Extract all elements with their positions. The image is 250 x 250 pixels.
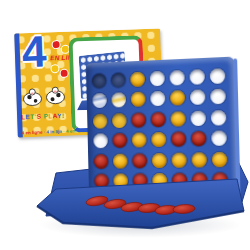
grid-cell: [129, 130, 149, 151]
grid-cell: [92, 151, 111, 171]
empty-hole: [189, 69, 205, 85]
empty-hole: [93, 113, 108, 128]
yellow-disc: [131, 92, 146, 107]
grid-cell: [148, 88, 168, 109]
grid-cell: [149, 150, 169, 171]
red-disc: [151, 112, 166, 127]
red-disc: [212, 172, 228, 187]
grid-cell: [167, 87, 187, 108]
grid-cell: [207, 65, 228, 87]
empty-hole: [190, 90, 206, 106]
grid-cell: [110, 110, 130, 131]
box-yellow-dot: [51, 65, 58, 72]
empty-hole: [169, 70, 184, 86]
grid-cell: [189, 149, 210, 170]
grid-cell: [92, 171, 111, 191]
yellow-disc: [191, 152, 207, 167]
floor-shadow: [38, 212, 242, 238]
grid-cell: [209, 170, 230, 191]
yellow-disc: [114, 174, 129, 189]
grid-cell: [90, 90, 109, 111]
box-red-dot: [61, 70, 68, 77]
empty-hole: [94, 134, 109, 149]
empty-hole: [190, 110, 206, 126]
empty-hole: [150, 91, 165, 106]
grid-cell: [149, 129, 169, 150]
red-disc: [131, 112, 146, 127]
empty-hole: [112, 113, 127, 128]
grid-cell: [208, 107, 229, 128]
grid-cell: [109, 90, 129, 111]
grid-cell: [167, 67, 187, 88]
yellow-disc: [170, 90, 185, 106]
grid-cell: [91, 111, 110, 132]
red-disc: [172, 173, 187, 188]
connect-four-grid: [86, 57, 238, 202]
grid-cell: [128, 89, 148, 110]
grid-cell: [188, 128, 209, 149]
yellow-disc: [152, 153, 167, 168]
empty-hole: [150, 71, 165, 87]
grid-cell: [90, 70, 109, 91]
grid-cell: [169, 149, 189, 170]
grid-cells: [90, 65, 230, 191]
grid-cell: [147, 68, 167, 89]
grid-cell: [187, 66, 208, 88]
empty-hole: [92, 73, 107, 88]
empty-hole: [209, 68, 225, 84]
grid-cell: [128, 69, 148, 90]
yellow-disc: [211, 152, 227, 168]
grid-cell: [91, 131, 110, 152]
grid-cell: [110, 130, 130, 151]
box-red-dot: [53, 41, 60, 48]
red-disc: [95, 174, 110, 189]
red-disc: [192, 173, 208, 188]
grid-cell: [209, 149, 230, 170]
red-disc: [94, 154, 109, 169]
yellow-disc: [113, 153, 128, 168]
cow-illustration: [21, 84, 70, 112]
red-disc: [113, 133, 128, 148]
grid-cell: [169, 170, 189, 191]
red-disc: [171, 132, 186, 147]
lets-play-text: LET'S PLAY!: [21, 112, 71, 121]
yellow-disc: [170, 111, 185, 126]
grid-cell: [168, 108, 188, 129]
empty-hole: [111, 72, 126, 87]
grid-cell: [189, 170, 210, 191]
grid-cell: [188, 108, 209, 129]
grid-cell: [111, 171, 131, 191]
grid-cell: [130, 171, 150, 192]
yellow-disc: [171, 152, 186, 167]
yellow-disc: [152, 173, 167, 188]
empty-hole: [211, 131, 227, 147]
grid-cell: [208, 128, 229, 149]
grid-cell: [109, 69, 129, 90]
red-disc: [133, 173, 148, 188]
box-title-number: 4: [21, 26, 47, 77]
grid-cell: [111, 151, 131, 172]
grid-cell: [187, 87, 208, 108]
empty-hole: [93, 93, 108, 108]
grid-cell: [207, 86, 228, 108]
grid-cell: [129, 109, 149, 130]
empty-hole: [210, 110, 226, 126]
grid-cell: [130, 150, 150, 171]
yellow-disc: [130, 71, 145, 86]
grid-cell: [148, 109, 168, 130]
red-disc: [132, 153, 147, 168]
empty-hole: [210, 89, 226, 105]
red-disc: [191, 131, 207, 147]
yellow-disc: [132, 133, 147, 148]
grid-cell: [150, 170, 170, 191]
yellow-disc: [151, 132, 166, 147]
grid-cell: [168, 129, 188, 150]
empty-hole: [112, 92, 127, 107]
product-photo: 4 EN LINEA LET'S PLAY! 4 en ligne · 4 in…: [0, 0, 250, 250]
